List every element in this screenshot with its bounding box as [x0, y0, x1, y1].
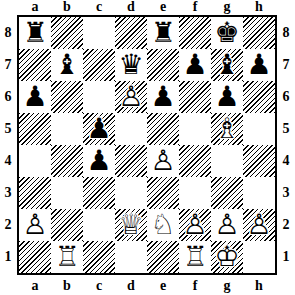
black-B-glyph-icon: ♝ [214, 48, 239, 81]
square-f5 [179, 113, 211, 145]
file-label-f: f [179, 277, 211, 294]
square-d7: ♛♛ [115, 49, 147, 81]
chess-diagram: abcdefgh 87654321 ♜♜♜♜♚♚♝♝♛♛♟♟♝♝♟♟♟♟♟♙♟♟… [0, 0, 295, 295]
black-Q-glyph-icon: ♛ [118, 48, 143, 81]
file-label-d: d [115, 0, 147, 14]
square-f7: ♟♟ [179, 49, 211, 81]
white-P-glyph-icon: ♙ [22, 208, 47, 241]
square-g2: ♟♙ [211, 209, 243, 241]
piece-bP-e6: ♟♟ [147, 81, 179, 113]
piece-bP-h7: ♟♟ [243, 49, 275, 81]
square-c8 [83, 17, 115, 49]
square-b7: ♝♝ [51, 49, 83, 81]
piece-wP-h2: ♟♙ [243, 209, 275, 241]
square-h4 [243, 145, 275, 177]
file-labels-bottom: abcdefgh [19, 277, 275, 294]
square-c4: ♟♟ [83, 145, 115, 177]
piece-wN-e2: ♞♘ [147, 209, 179, 241]
square-d5 [115, 113, 147, 145]
square-a1 [19, 241, 51, 273]
piece-bP-g6: ♟♟ [211, 81, 243, 113]
square-g3 [211, 177, 243, 209]
square-f1: ♜♖ [179, 241, 211, 273]
square-e1 [147, 241, 179, 273]
rank-label-1: 1 [278, 241, 294, 273]
rank-label-3: 3 [0, 177, 16, 209]
file-label-a: a [19, 0, 51, 14]
white-R-glyph-icon: ♖ [54, 240, 79, 273]
black-P-glyph-icon: ♟ [150, 80, 175, 113]
square-b5 [51, 113, 83, 145]
rank-label-5: 5 [278, 113, 294, 145]
piece-wP-a2: ♟♙ [19, 209, 51, 241]
square-h1 [243, 241, 275, 273]
piece-bP-a6: ♟♟ [19, 81, 51, 113]
piece-wP-e4: ♟♙ [147, 145, 179, 177]
rank-label-2: 2 [278, 209, 294, 241]
file-label-b: b [51, 0, 83, 14]
square-h2: ♟♙ [243, 209, 275, 241]
piece-bP-c4: ♟♟ [83, 145, 115, 177]
rank-label-1: 1 [0, 241, 16, 273]
square-d3 [115, 177, 147, 209]
square-h3 [243, 177, 275, 209]
rank-label-6: 6 [0, 81, 16, 113]
piece-wB-g5: ♝♗ [211, 113, 243, 145]
piece-wR-b1: ♜♖ [51, 241, 83, 273]
black-P-glyph-icon: ♟ [86, 112, 111, 145]
rank-label-8: 8 [0, 17, 16, 49]
piece-bB-g7: ♝♝ [211, 49, 243, 81]
black-P-glyph-icon: ♟ [182, 48, 207, 81]
square-a2: ♟♙ [19, 209, 51, 241]
square-b4 [51, 145, 83, 177]
file-label-c: c [83, 277, 115, 294]
file-label-c: c [83, 0, 115, 14]
black-K-glyph-icon: ♚ [214, 16, 239, 49]
file-label-e: e [147, 277, 179, 294]
square-d2: ♛♕ [115, 209, 147, 241]
piece-bB-b7: ♝♝ [51, 49, 83, 81]
black-P-glyph-icon: ♟ [86, 144, 111, 177]
square-c6 [83, 81, 115, 113]
rank-label-8: 8 [278, 17, 294, 49]
file-label-d: d [115, 277, 147, 294]
white-R-glyph-icon: ♖ [182, 240, 207, 273]
square-a8: ♜♜ [19, 17, 51, 49]
square-f2: ♟♙ [179, 209, 211, 241]
piece-wK-g1: ♚♔ [211, 241, 243, 273]
piece-bR-e8: ♜♜ [147, 17, 179, 49]
square-b1: ♜♖ [51, 241, 83, 273]
file-labels-top: abcdefgh [19, 0, 275, 14]
white-P-glyph-icon: ♙ [246, 208, 271, 241]
rank-label-6: 6 [278, 81, 294, 113]
file-label-f: f [179, 0, 211, 14]
square-c3 [83, 177, 115, 209]
square-a3 [19, 177, 51, 209]
file-label-b: b [51, 277, 83, 294]
piece-bK-g8: ♚♚ [211, 17, 243, 49]
rank-label-5: 5 [0, 113, 16, 145]
rank-label-4: 4 [278, 145, 294, 177]
square-c1 [83, 241, 115, 273]
square-g6: ♟♟ [211, 81, 243, 113]
square-h8 [243, 17, 275, 49]
square-b6 [51, 81, 83, 113]
white-K-glyph-icon: ♔ [214, 240, 239, 273]
square-e2: ♞♘ [147, 209, 179, 241]
white-N-glyph-icon: ♘ [150, 208, 175, 241]
square-b3 [51, 177, 83, 209]
rank-label-7: 7 [278, 49, 294, 81]
piece-wP-f2: ♟♙ [179, 209, 211, 241]
piece-wQ-d2: ♛♕ [115, 209, 147, 241]
square-d6: ♟♙ [115, 81, 147, 113]
white-B-glyph-icon: ♗ [214, 112, 239, 145]
square-b2 [51, 209, 83, 241]
square-a7 [19, 49, 51, 81]
square-a6: ♟♟ [19, 81, 51, 113]
square-e3 [147, 177, 179, 209]
black-P-glyph-icon: ♟ [246, 48, 271, 81]
black-P-glyph-icon: ♟ [22, 80, 47, 113]
square-h5 [243, 113, 275, 145]
square-g5: ♝♗ [211, 113, 243, 145]
square-g7: ♝♝ [211, 49, 243, 81]
square-f4 [179, 145, 211, 177]
square-d4 [115, 145, 147, 177]
white-P-glyph-icon: ♙ [118, 80, 143, 113]
white-Q-glyph-icon: ♕ [118, 208, 143, 241]
square-d1 [115, 241, 147, 273]
black-P-glyph-icon: ♟ [214, 80, 239, 113]
black-R-glyph-icon: ♜ [22, 16, 47, 49]
file-label-h: h [243, 277, 275, 294]
rank-labels-right: 87654321 [278, 17, 294, 273]
square-c7 [83, 49, 115, 81]
square-e8: ♜♜ [147, 17, 179, 49]
piece-wR-f1: ♜♖ [179, 241, 211, 273]
rank-label-7: 7 [0, 49, 16, 81]
white-P-glyph-icon: ♙ [150, 144, 175, 177]
chess-board: ♜♜♜♜♚♚♝♝♛♛♟♟♝♝♟♟♟♟♟♙♟♟♟♟♟♟♝♗♟♟♟♙♟♙♛♕♞♘♟♙… [17, 15, 277, 275]
white-P-glyph-icon: ♙ [214, 208, 239, 241]
square-d8 [115, 17, 147, 49]
square-f6 [179, 81, 211, 113]
square-c2 [83, 209, 115, 241]
white-P-glyph-icon: ♙ [182, 208, 207, 241]
square-h7: ♟♟ [243, 49, 275, 81]
square-e4: ♟♙ [147, 145, 179, 177]
square-e7 [147, 49, 179, 81]
square-a4 [19, 145, 51, 177]
square-g8: ♚♚ [211, 17, 243, 49]
piece-bP-c5: ♟♟ [83, 113, 115, 145]
file-label-g: g [211, 0, 243, 14]
file-label-h: h [243, 0, 275, 14]
piece-wP-d6: ♟♙ [115, 81, 147, 113]
square-f8 [179, 17, 211, 49]
piece-wP-g2: ♟♙ [211, 209, 243, 241]
file-label-g: g [211, 277, 243, 294]
file-label-a: a [19, 277, 51, 294]
square-b8 [51, 17, 83, 49]
piece-bR-a8: ♜♜ [19, 17, 51, 49]
piece-bP-f7: ♟♟ [179, 49, 211, 81]
rank-label-3: 3 [278, 177, 294, 209]
square-e6: ♟♟ [147, 81, 179, 113]
piece-bQ-d7: ♛♛ [115, 49, 147, 81]
square-c5: ♟♟ [83, 113, 115, 145]
square-e5 [147, 113, 179, 145]
black-B-glyph-icon: ♝ [54, 48, 79, 81]
square-h6 [243, 81, 275, 113]
rank-label-4: 4 [0, 145, 16, 177]
square-a5 [19, 113, 51, 145]
rank-label-2: 2 [0, 209, 16, 241]
square-f3 [179, 177, 211, 209]
square-g4 [211, 145, 243, 177]
square-g1: ♚♔ [211, 241, 243, 273]
black-R-glyph-icon: ♜ [150, 16, 175, 49]
rank-labels-left: 87654321 [0, 17, 16, 273]
file-label-e: e [147, 0, 179, 14]
